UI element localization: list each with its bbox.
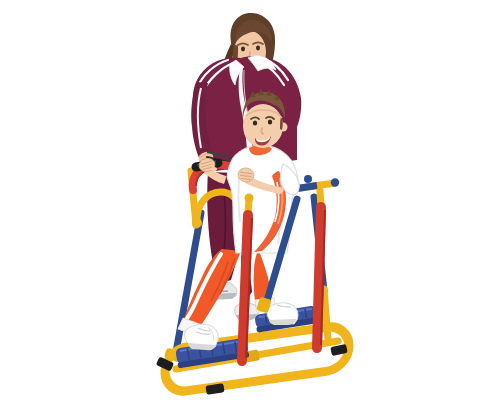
product-photo: Smiling woman in a maroon tracksuit stan… <box>0 0 500 400</box>
right-foam-post <box>317 207 321 348</box>
boy-eye-left <box>253 120 257 125</box>
photo-illustration: Smiling woman in a maroon tracksuit stan… <box>0 0 500 400</box>
woman-eye-left <box>241 47 245 52</box>
boy-eye-right <box>268 119 272 124</box>
boy-right-shoe <box>267 303 298 325</box>
right-handlebar-blue <box>297 186 317 189</box>
handlebar-knob <box>304 175 312 183</box>
center-post-elbow <box>245 194 254 203</box>
boy-left-thumb <box>211 167 217 171</box>
handlebar-end-cap <box>331 178 339 186</box>
boy-left-shoe <box>185 324 219 350</box>
woman-eye-right <box>256 46 260 51</box>
